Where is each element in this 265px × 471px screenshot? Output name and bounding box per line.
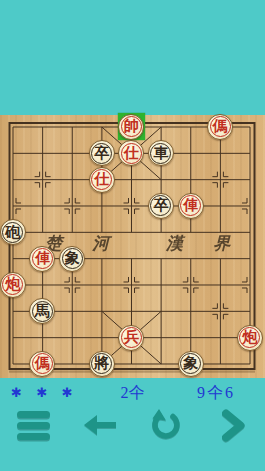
piece-character: 炮 — [242, 330, 257, 345]
piece-black-馬[interactable]: 馬 — [29, 298, 55, 324]
piece-disc: 帥 — [118, 114, 144, 140]
piece-disc: 仕 — [118, 140, 144, 166]
piece-character: 傌 — [35, 356, 50, 371]
back-arrow-icon — [80, 410, 118, 440]
piece-red-俥[interactable]: 俥 — [178, 193, 204, 219]
xiangqi-board[interactable]: 帥傌卒仕車仕卒俥砲俥象炮馬兵炮傌將象 — [0, 114, 265, 377]
piece-disc: 象 — [59, 246, 85, 272]
forward-arrow-icon — [218, 409, 246, 442]
piece-red-傌[interactable]: 傌 — [29, 351, 55, 377]
piece-disc: 俥 — [29, 246, 55, 272]
piece-red-炮[interactable]: 炮 — [0, 272, 26, 298]
piece-character: 象 — [183, 356, 198, 371]
piece-character: 傌 — [213, 119, 228, 134]
piece-red-仕[interactable]: 仕 — [89, 167, 115, 193]
piece-character: 象 — [65, 251, 80, 266]
piece-black-象[interactable]: 象 — [178, 351, 204, 377]
piece-red-傌[interactable]: 傌 — [207, 114, 233, 140]
piece-red-炮[interactable]: 炮 — [237, 325, 263, 351]
piece-red-兵[interactable]: 兵 — [118, 325, 144, 351]
piece-character: 仕 — [94, 172, 109, 187]
piece-disc: 砲 — [0, 219, 26, 245]
piece-disc: 將 — [89, 351, 115, 377]
piece-black-車[interactable]: 車 — [148, 140, 174, 166]
undo-icon — [148, 408, 183, 443]
piece-red-帥[interactable]: 帥 — [118, 114, 144, 140]
piece-character: 俥 — [35, 251, 50, 266]
bottom-toolbar — [0, 401, 265, 449]
forward-button[interactable] — [210, 403, 254, 447]
piece-black-卒[interactable]: 卒 — [89, 140, 115, 166]
piece-disc: 卒 — [148, 193, 174, 219]
piece-disc: 卒 — [89, 140, 115, 166]
piece-disc: 車 — [148, 140, 174, 166]
piece-black-象[interactable]: 象 — [59, 246, 85, 272]
piece-disc: 象 — [178, 351, 204, 377]
piece-character: 俥 — [183, 198, 198, 213]
piece-character: 卒 — [94, 146, 109, 161]
piece-disc: 傌 — [207, 114, 233, 140]
piece-disc: 傌 — [29, 351, 55, 377]
board-area: 楚 河 漢 界 帥傌卒仕車仕卒俥砲俥象炮馬兵炮傌將象 — [0, 115, 265, 378]
piece-black-將[interactable]: 將 — [89, 351, 115, 377]
piece-character: 車 — [153, 146, 168, 161]
piece-character: 砲 — [5, 225, 20, 240]
piece-black-卒[interactable]: 卒 — [148, 193, 174, 219]
piece-character: 兵 — [124, 330, 139, 345]
menu-icon — [17, 411, 50, 440]
piece-character: 帥 — [124, 119, 139, 134]
back-button[interactable] — [77, 403, 121, 447]
piece-character: 馬 — [35, 304, 50, 319]
piece-disc: 仕 — [89, 167, 115, 193]
piece-character: 炮 — [5, 277, 20, 292]
piece-disc: 俥 — [178, 193, 204, 219]
xiangqi-app-screen: 楚 河 漢 界 帥傌卒仕車仕卒俥砲俥象炮馬兵炮傌將象 ✱ ✱ ✱ 2仐 9仐6 — [0, 0, 265, 471]
piece-disc: 炮 — [0, 272, 26, 298]
piece-disc: 炮 — [237, 325, 263, 351]
piece-character: 卒 — [153, 198, 168, 213]
piece-black-砲[interactable]: 砲 — [0, 219, 26, 245]
piece-character: 將 — [94, 356, 109, 371]
menu-button[interactable] — [11, 403, 55, 447]
piece-disc: 馬 — [29, 298, 55, 324]
piece-red-仕[interactable]: 仕 — [118, 140, 144, 166]
piece-red-俥[interactable]: 俥 — [29, 246, 55, 272]
undo-button[interactable] — [144, 403, 188, 447]
piece-disc: 兵 — [118, 325, 144, 351]
piece-character: 仕 — [124, 146, 139, 161]
